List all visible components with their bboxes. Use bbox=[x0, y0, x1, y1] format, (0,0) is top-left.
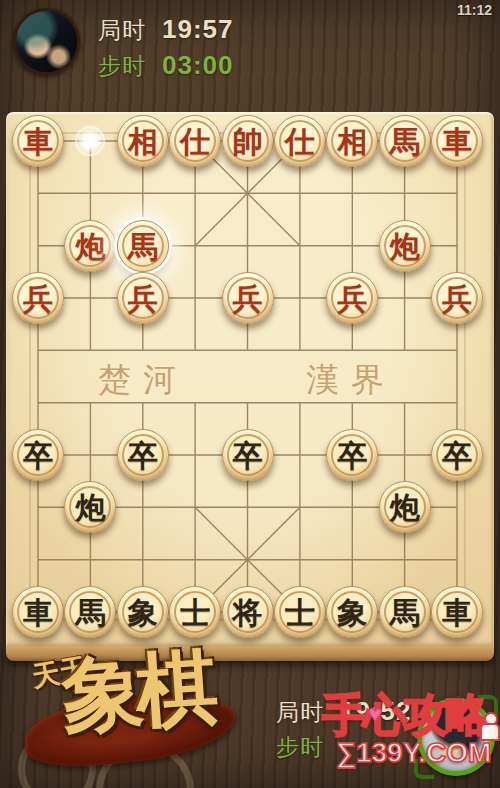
piece-char: 兵 bbox=[432, 273, 482, 323]
piece-char: 仕 bbox=[275, 116, 325, 166]
piece-車-red[interactable]: 車 bbox=[12, 115, 64, 167]
piece-車-black[interactable]: 車 bbox=[431, 586, 483, 638]
piece-char: 兵 bbox=[118, 273, 168, 323]
piece-char: 相 bbox=[118, 116, 168, 166]
piece-象-black[interactable]: 象 bbox=[117, 586, 169, 638]
piece-士-black[interactable]: 士 bbox=[274, 586, 326, 638]
system-clock: 11:12 bbox=[457, 2, 492, 18]
piece-char: 士 bbox=[170, 587, 220, 637]
piece-兵-red[interactable]: 兵 bbox=[222, 272, 274, 324]
piece-車-black[interactable]: 車 bbox=[12, 586, 64, 638]
piece-兵-red[interactable]: 兵 bbox=[326, 272, 378, 324]
piece-char: 象 bbox=[327, 587, 377, 637]
game-logo: 天天 象棋 bbox=[18, 652, 258, 788]
player-timers: 局时 19:52 步时 bbox=[276, 696, 412, 763]
piece-char: 卒 bbox=[327, 430, 377, 480]
avatar-ring-bracket bbox=[478, 695, 498, 715]
piece-char: 炮 bbox=[65, 221, 115, 271]
piece-char: 兵 bbox=[13, 273, 63, 323]
piece-兵-red[interactable]: 兵 bbox=[431, 272, 483, 324]
river-label-left: 楚河 bbox=[98, 358, 188, 403]
piece-仕-red[interactable]: 仕 bbox=[169, 115, 221, 167]
xiangqi-game-screen: 局时 19:57 步时 03:00 11:12 楚河 漢界 bbox=[0, 0, 500, 788]
piece-char: 馬 bbox=[118, 221, 168, 271]
opponent-move-time-value: 03:00 bbox=[162, 50, 234, 81]
avatar-ring-bracket bbox=[414, 759, 434, 779]
piece-char: 馬 bbox=[65, 587, 115, 637]
piece-兵-red[interactable]: 兵 bbox=[12, 272, 64, 324]
piece-象-black[interactable]: 象 bbox=[326, 586, 378, 638]
piece-char: 炮 bbox=[380, 482, 430, 532]
opponent-game-time-label: 局时 bbox=[98, 15, 146, 46]
piece-char: 将 bbox=[223, 587, 273, 637]
piece-char: 馬 bbox=[380, 116, 430, 166]
piece-帥-red[interactable]: 帥 bbox=[222, 115, 274, 167]
piece-char: 象 bbox=[118, 587, 168, 637]
piece-馬-red[interactable]: 馬 bbox=[117, 220, 169, 272]
piece-char: 車 bbox=[432, 116, 482, 166]
piece-馬-black[interactable]: 馬 bbox=[379, 586, 431, 638]
piece-char: 卒 bbox=[432, 430, 482, 480]
piece-卒-black[interactable]: 卒 bbox=[326, 429, 378, 481]
piece-相-red[interactable]: 相 bbox=[326, 115, 378, 167]
piece-char: 車 bbox=[432, 587, 482, 637]
xiangqi-board[interactable]: 楚河 漢界 bbox=[6, 112, 494, 646]
opponent-avatar[interactable] bbox=[13, 8, 80, 75]
piece-char: 車 bbox=[13, 116, 63, 166]
piece-炮-red[interactable]: 炮 bbox=[379, 220, 431, 272]
piece-char: 士 bbox=[275, 587, 325, 637]
player-move-time-label: 步时 bbox=[276, 732, 324, 763]
player-game-time-value: 19:52 bbox=[340, 696, 412, 727]
piece-炮-red[interactable]: 炮 bbox=[64, 220, 116, 272]
avatar-ring-notch bbox=[455, 696, 461, 703]
piece-兵-red[interactable]: 兵 bbox=[117, 272, 169, 324]
piece-char: 卒 bbox=[13, 430, 63, 480]
piece-char: 仕 bbox=[170, 116, 220, 166]
piece-char: 炮 bbox=[380, 221, 430, 271]
opponent-timers: 局时 19:57 步时 03:00 bbox=[98, 14, 234, 82]
piece-char: 卒 bbox=[223, 430, 273, 480]
piece-卒-black[interactable]: 卒 bbox=[431, 429, 483, 481]
piece-char: 車 bbox=[13, 587, 63, 637]
piece-char: 卒 bbox=[118, 430, 168, 480]
opponent-move-time-label: 步时 bbox=[98, 51, 146, 82]
piece-将-black[interactable]: 将 bbox=[222, 586, 274, 638]
opponent-game-time-value: 19:57 bbox=[162, 14, 234, 45]
piece-仕-red[interactable]: 仕 bbox=[274, 115, 326, 167]
piece-char: 兵 bbox=[223, 273, 273, 323]
piece-char: 炮 bbox=[65, 482, 115, 532]
logo-main-text: 象棋 bbox=[58, 633, 213, 753]
piece-士-black[interactable]: 士 bbox=[169, 586, 221, 638]
piece-char: 兵 bbox=[327, 273, 377, 323]
piece-馬-red[interactable]: 馬 bbox=[379, 115, 431, 167]
piece-炮-black[interactable]: 炮 bbox=[64, 481, 116, 533]
piece-char: 帥 bbox=[223, 116, 273, 166]
piece-炮-black[interactable]: 炮 bbox=[379, 481, 431, 533]
piece-卒-black[interactable]: 卒 bbox=[222, 429, 274, 481]
piece-車-red[interactable]: 車 bbox=[431, 115, 483, 167]
piece-卒-black[interactable]: 卒 bbox=[12, 429, 64, 481]
board-grid bbox=[6, 112, 494, 646]
player-game-time-label: 局时 bbox=[276, 697, 324, 728]
piece-馬-black[interactable]: 馬 bbox=[64, 586, 116, 638]
piece-相-red[interactable]: 相 bbox=[117, 115, 169, 167]
piece-char: 馬 bbox=[380, 587, 430, 637]
piece-char: 相 bbox=[327, 116, 377, 166]
river-label-right: 漢界 bbox=[306, 358, 396, 403]
player-avatar[interactable] bbox=[417, 698, 495, 776]
piece-卒-black[interactable]: 卒 bbox=[117, 429, 169, 481]
